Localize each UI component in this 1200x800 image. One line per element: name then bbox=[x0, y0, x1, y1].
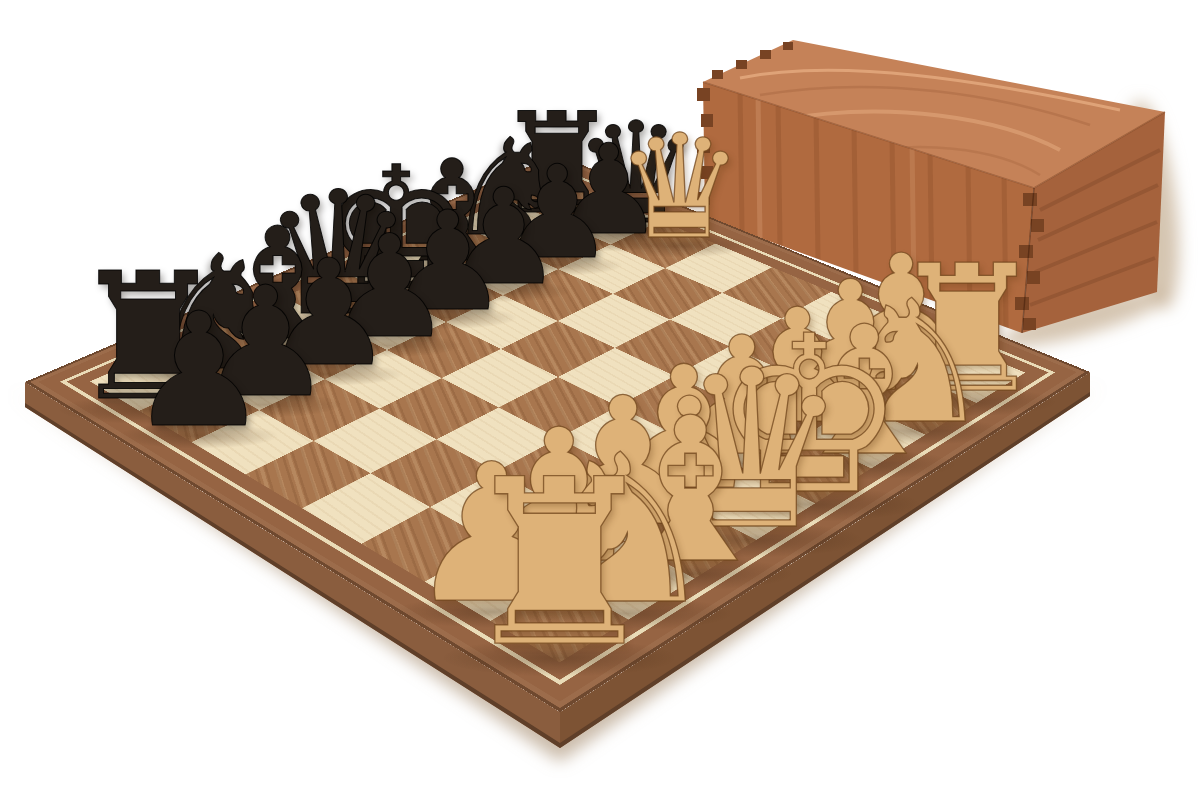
chess-set-photo: ♜♞♝♛♚♝♞♜♟♟♟♟♟♟♟♟♟♟♟♟♟♟♟♟♜♞♝♛♚♝♞♜♛♛ bbox=[0, 0, 1200, 800]
